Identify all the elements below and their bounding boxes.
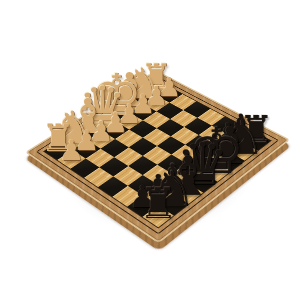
piece-white-pawn-a2[interactable]: ♟ bbox=[59, 137, 85, 165]
piece-black-rook-a8[interactable]: ♜ bbox=[139, 183, 177, 225]
pieces-layer: ♜♟♟♜♞♟♟♞♝♟♟♝♚♟♟♚♛♟♟♛♝♟♟♝♞♟♟♞♜♟♟♜ bbox=[0, 0, 300, 300]
chess-set-photo: ♜♟♟♜♞♟♟♞♝♟♟♝♚♟♟♚♛♟♟♛♝♟♟♝♞♟♟♞♜♟♟♜ bbox=[0, 0, 300, 300]
